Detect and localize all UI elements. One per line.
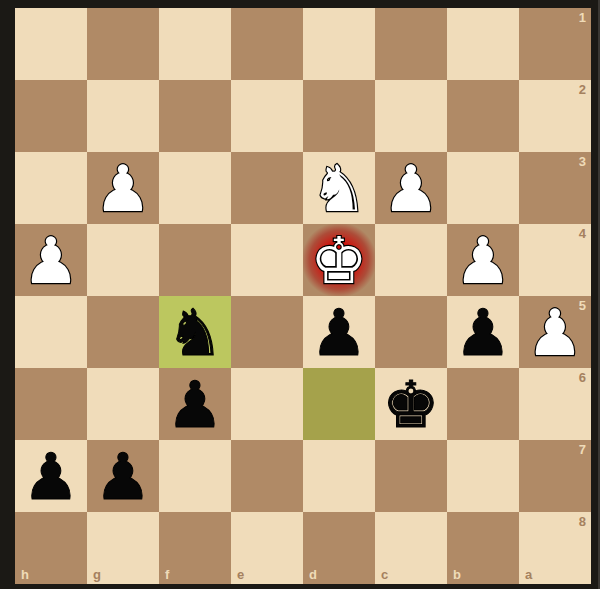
- file-label-g: g: [93, 567, 101, 582]
- square-f2[interactable]: [159, 80, 231, 152]
- rank-label-4: 4: [579, 226, 586, 241]
- square-g2[interactable]: [87, 80, 159, 152]
- square-d6[interactable]: [303, 368, 375, 440]
- square-f1[interactable]: [159, 8, 231, 80]
- square-g3[interactable]: ♟: [87, 152, 159, 224]
- square-f3[interactable]: [159, 152, 231, 224]
- square-a7[interactable]: 7: [519, 440, 591, 512]
- square-g8[interactable]: g: [87, 512, 159, 584]
- file-label-d: d: [309, 567, 317, 582]
- black-pawn[interactable]: ♟: [15, 440, 87, 512]
- square-d4[interactable]: ♚: [303, 224, 375, 296]
- black-pawn[interactable]: ♟: [87, 440, 159, 512]
- black-knight[interactable]: ♞: [159, 296, 231, 368]
- chess-board: 12♟♞♟3♟♚♟4♞♟♟5♟♟♚6♟♟7hgfedcb8a: [15, 8, 591, 584]
- square-e7[interactable]: [231, 440, 303, 512]
- square-h8[interactable]: h: [15, 512, 87, 584]
- square-a5[interactable]: 5♟: [519, 296, 591, 368]
- square-c4[interactable]: [375, 224, 447, 296]
- square-d5[interactable]: ♟: [303, 296, 375, 368]
- square-a6[interactable]: 6: [519, 368, 591, 440]
- file-label-e: e: [237, 567, 244, 582]
- square-c1[interactable]: [375, 8, 447, 80]
- white-pawn[interactable]: ♟: [15, 224, 87, 296]
- square-g7[interactable]: ♟: [87, 440, 159, 512]
- rank-label-6: 6: [579, 370, 586, 385]
- file-label-f: f: [165, 567, 169, 582]
- square-b1[interactable]: [447, 8, 519, 80]
- square-d3[interactable]: ♞: [303, 152, 375, 224]
- square-c3[interactable]: ♟: [375, 152, 447, 224]
- square-c5[interactable]: [375, 296, 447, 368]
- file-label-c: c: [381, 567, 388, 582]
- square-b5[interactable]: ♟: [447, 296, 519, 368]
- square-e3[interactable]: [231, 152, 303, 224]
- square-d7[interactable]: [303, 440, 375, 512]
- file-label-h: h: [21, 567, 29, 582]
- square-h1[interactable]: [15, 8, 87, 80]
- square-h6[interactable]: [15, 368, 87, 440]
- square-a3[interactable]: 3: [519, 152, 591, 224]
- rank-label-2: 2: [579, 82, 586, 97]
- square-g6[interactable]: [87, 368, 159, 440]
- app-frame: 12♟♞♟3♟♚♟4♞♟♟5♟♟♚6♟♟7hgfedcb8a: [0, 0, 600, 589]
- square-c7[interactable]: [375, 440, 447, 512]
- square-f6[interactable]: ♟: [159, 368, 231, 440]
- black-pawn[interactable]: ♟: [447, 296, 519, 368]
- square-c8[interactable]: c: [375, 512, 447, 584]
- square-g1[interactable]: [87, 8, 159, 80]
- white-king[interactable]: ♚: [303, 224, 375, 296]
- square-e8[interactable]: e: [231, 512, 303, 584]
- square-b8[interactable]: b: [447, 512, 519, 584]
- white-pawn[interactable]: ♟: [447, 224, 519, 296]
- square-a4[interactable]: 4: [519, 224, 591, 296]
- square-h2[interactable]: [15, 80, 87, 152]
- rank-label-8: 8: [579, 514, 586, 529]
- square-a2[interactable]: 2: [519, 80, 591, 152]
- square-h7[interactable]: ♟: [15, 440, 87, 512]
- square-f8[interactable]: f: [159, 512, 231, 584]
- square-g4[interactable]: [87, 224, 159, 296]
- black-pawn[interactable]: ♟: [159, 368, 231, 440]
- square-e1[interactable]: [231, 8, 303, 80]
- file-label-b: b: [453, 567, 461, 582]
- black-pawn[interactable]: ♟: [303, 296, 375, 368]
- square-a1[interactable]: 1: [519, 8, 591, 80]
- rank-label-1: 1: [579, 10, 586, 25]
- square-d2[interactable]: [303, 80, 375, 152]
- square-b6[interactable]: [447, 368, 519, 440]
- rank-label-7: 7: [579, 442, 586, 457]
- square-d8[interactable]: d: [303, 512, 375, 584]
- white-knight[interactable]: ♞: [303, 152, 375, 224]
- square-h4[interactable]: ♟: [15, 224, 87, 296]
- square-h3[interactable]: [15, 152, 87, 224]
- white-pawn[interactable]: ♟: [519, 296, 591, 368]
- square-b2[interactable]: [447, 80, 519, 152]
- square-g5[interactable]: [87, 296, 159, 368]
- square-h5[interactable]: [15, 296, 87, 368]
- square-a8[interactable]: 8a: [519, 512, 591, 584]
- square-b7[interactable]: [447, 440, 519, 512]
- file-label-a: a: [525, 567, 532, 582]
- white-pawn[interactable]: ♟: [375, 152, 447, 224]
- rank-label-3: 3: [579, 154, 586, 169]
- square-e5[interactable]: [231, 296, 303, 368]
- square-e6[interactable]: [231, 368, 303, 440]
- square-f5[interactable]: ♞: [159, 296, 231, 368]
- square-e4[interactable]: [231, 224, 303, 296]
- square-c6[interactable]: ♚: [375, 368, 447, 440]
- square-e2[interactable]: [231, 80, 303, 152]
- square-d1[interactable]: [303, 8, 375, 80]
- square-f7[interactable]: [159, 440, 231, 512]
- square-f4[interactable]: [159, 224, 231, 296]
- square-b3[interactable]: [447, 152, 519, 224]
- square-b4[interactable]: ♟: [447, 224, 519, 296]
- white-pawn[interactable]: ♟: [87, 152, 159, 224]
- square-c2[interactable]: [375, 80, 447, 152]
- black-king[interactable]: ♚: [375, 368, 447, 440]
